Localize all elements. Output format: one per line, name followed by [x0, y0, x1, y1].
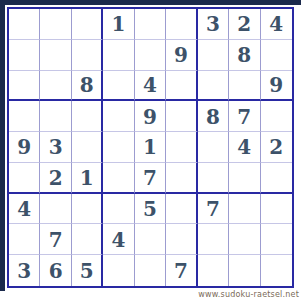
cell-r2c6[interactable]: 9	[166, 40, 197, 71]
cell-r7c3[interactable]	[72, 194, 103, 225]
cell-r5c3[interactable]	[72, 132, 103, 163]
cell-r1c2[interactable]	[40, 9, 71, 40]
cell-r2c3[interactable]	[72, 40, 103, 71]
cell-r1c3[interactable]	[72, 9, 103, 40]
cell-r6c9[interactable]	[261, 163, 292, 194]
cell-r3c7[interactable]	[198, 71, 229, 102]
cell-r7c1[interactable]: 4	[9, 194, 40, 225]
cell-r4c3[interactable]	[72, 101, 103, 132]
cell-r2c4[interactable]	[103, 40, 134, 71]
cell-r8c9[interactable]	[261, 224, 292, 255]
cell-r4c8[interactable]: 7	[229, 101, 260, 132]
cell-r8c4[interactable]: 4	[103, 224, 134, 255]
cell-r8c8[interactable]	[229, 224, 260, 255]
cell-r8c3[interactable]	[72, 224, 103, 255]
cell-r1c1[interactable]	[9, 9, 40, 40]
cell-r9c9[interactable]	[261, 255, 292, 286]
cell-r1c4[interactable]: 1	[103, 9, 134, 40]
cell-r5c5[interactable]: 1	[135, 132, 166, 163]
site-url-watermark: www.sudoku-raetsel.net	[198, 290, 299, 299]
cell-r1c6[interactable]	[166, 9, 197, 40]
cell-r2c9[interactable]	[261, 40, 292, 71]
cell-r4c5[interactable]: 9	[135, 101, 166, 132]
cell-r9c4[interactable]	[103, 255, 134, 286]
cell-r4c7[interactable]: 8	[198, 101, 229, 132]
cell-r8c2[interactable]: 7	[40, 224, 71, 255]
cell-r7c9[interactable]	[261, 194, 292, 225]
cell-r6c3[interactable]: 1	[72, 163, 103, 194]
cell-r6c1[interactable]	[9, 163, 40, 194]
page-edge-top	[0, 0, 301, 5]
cell-r3c9[interactable]: 9	[261, 71, 292, 102]
cell-r5c6[interactable]	[166, 132, 197, 163]
cell-r6c5[interactable]: 7	[135, 163, 166, 194]
cell-r1c8[interactable]: 2	[229, 9, 260, 40]
cell-r7c5[interactable]: 5	[135, 194, 166, 225]
cell-r5c9[interactable]: 2	[261, 132, 292, 163]
cell-r9c6[interactable]: 7	[166, 255, 197, 286]
cell-r8c5[interactable]	[135, 224, 166, 255]
cell-r5c4[interactable]	[103, 132, 134, 163]
cell-r1c9[interactable]: 4	[261, 9, 292, 40]
cell-r4c2[interactable]	[40, 101, 71, 132]
cell-r8c6[interactable]	[166, 224, 197, 255]
cell-r3c3[interactable]: 8	[72, 71, 103, 102]
cell-r9c7[interactable]	[198, 255, 229, 286]
cell-r6c6[interactable]	[166, 163, 197, 194]
cell-r5c8[interactable]: 4	[229, 132, 260, 163]
page-edge-left	[0, 0, 5, 291]
cell-r4c6[interactable]	[166, 101, 197, 132]
cell-r8c1[interactable]	[9, 224, 40, 255]
cell-r7c4[interactable]	[103, 194, 134, 225]
cell-r2c1[interactable]	[9, 40, 40, 71]
cell-r1c7[interactable]: 3	[198, 9, 229, 40]
cell-r5c7[interactable]	[198, 132, 229, 163]
cell-r5c1[interactable]: 9	[9, 132, 40, 163]
cell-r7c2[interactable]	[40, 194, 71, 225]
cell-r2c5[interactable]	[135, 40, 166, 71]
cell-r6c8[interactable]	[229, 163, 260, 194]
cell-r8c7[interactable]	[198, 224, 229, 255]
cell-r4c1[interactable]	[9, 101, 40, 132]
cell-r5c2[interactable]: 3	[40, 132, 71, 163]
cell-r3c2[interactable]	[40, 71, 71, 102]
cell-r9c3[interactable]: 5	[72, 255, 103, 286]
cell-r9c5[interactable]	[135, 255, 166, 286]
cell-r2c2[interactable]	[40, 40, 71, 71]
cell-r3c1[interactable]	[9, 71, 40, 102]
cell-r9c8[interactable]	[229, 255, 260, 286]
sudoku-board: 13249884998793142217457743657	[7, 7, 294, 288]
cell-r3c8[interactable]	[229, 71, 260, 102]
cell-r4c4[interactable]	[103, 101, 134, 132]
cell-r6c4[interactable]	[103, 163, 134, 194]
cell-r7c7[interactable]: 7	[198, 194, 229, 225]
cell-r6c2[interactable]: 2	[40, 163, 71, 194]
cell-r3c4[interactable]	[103, 71, 134, 102]
cell-r3c6[interactable]	[166, 71, 197, 102]
cell-r2c8[interactable]: 8	[229, 40, 260, 71]
cell-r6c7[interactable]	[198, 163, 229, 194]
cell-r3c5[interactable]: 4	[135, 71, 166, 102]
cell-r7c6[interactable]	[166, 194, 197, 225]
cell-r1c5[interactable]	[135, 9, 166, 40]
cell-r2c7[interactable]	[198, 40, 229, 71]
cell-r9c2[interactable]: 6	[40, 255, 71, 286]
cell-r7c8[interactable]	[229, 194, 260, 225]
cell-r4c9[interactable]	[261, 101, 292, 132]
cell-r9c1[interactable]: 3	[9, 255, 40, 286]
